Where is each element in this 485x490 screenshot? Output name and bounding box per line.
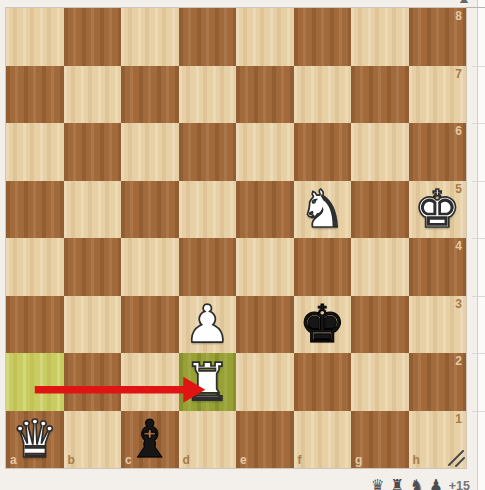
black-bishop-piece[interactable]: ♝ [121, 411, 179, 469]
square-g8[interactable] [351, 8, 409, 66]
square-f5[interactable]: ♞ [294, 181, 352, 239]
square-h8[interactable]: 8 [409, 8, 467, 66]
top-separator-line [466, 7, 485, 8]
side-panel-row-separator [472, 411, 485, 412]
square-c4[interactable] [121, 238, 179, 296]
square-f8[interactable] [294, 8, 352, 66]
square-d3[interactable]: ♟ [179, 296, 237, 354]
side-panel-edge [478, 0, 485, 490]
square-h7[interactable]: 7 [409, 66, 467, 124]
square-g2[interactable] [351, 353, 409, 411]
square-c3[interactable] [121, 296, 179, 354]
square-c1[interactable]: c♝ [121, 411, 179, 469]
square-e8[interactable] [236, 8, 294, 66]
square-b4[interactable] [64, 238, 122, 296]
square-h6[interactable]: 6 [409, 123, 467, 181]
file-label-d: d [183, 453, 190, 467]
square-g5[interactable] [351, 181, 409, 239]
square-a3[interactable] [6, 296, 64, 354]
square-b6[interactable] [64, 123, 122, 181]
square-e3[interactable] [236, 296, 294, 354]
square-a5[interactable] [6, 181, 64, 239]
square-e1[interactable]: e [236, 411, 294, 469]
square-d8[interactable] [179, 8, 237, 66]
square-f4[interactable] [294, 238, 352, 296]
side-panel-row-separator [472, 353, 485, 354]
file-label-f: f [298, 453, 302, 467]
side-panel-row-separator [472, 181, 485, 182]
file-label-g: g [355, 453, 362, 467]
white-pawn-piece[interactable]: ♟ [179, 296, 237, 354]
bishop-icon: ♝ [456, 0, 472, 6]
square-h3[interactable]: 3 [409, 296, 467, 354]
square-g3[interactable] [351, 296, 409, 354]
square-d2[interactable]: ♜ [179, 353, 237, 411]
square-b7[interactable] [64, 66, 122, 124]
board-resize-handle-icon[interactable] [447, 450, 466, 467]
square-d4[interactable] [179, 238, 237, 296]
square-e2[interactable] [236, 353, 294, 411]
captured-knight-icon: ♞ [410, 478, 423, 490]
square-h5[interactable]: 5♚ [409, 181, 467, 239]
square-a8[interactable] [6, 8, 64, 66]
square-f7[interactable] [294, 66, 352, 124]
square-e6[interactable] [236, 123, 294, 181]
side-panel-row-separator [472, 66, 485, 67]
captured-pawn-icon: ♟ [429, 478, 442, 490]
square-c6[interactable] [121, 123, 179, 181]
square-b1[interactable]: b [64, 411, 122, 469]
square-b8[interactable] [64, 8, 122, 66]
square-e7[interactable] [236, 66, 294, 124]
side-panel-row-separator [472, 123, 485, 124]
cut-off-piece-icon: ♝ [452, 0, 478, 7]
square-a4[interactable] [6, 238, 64, 296]
square-f6[interactable] [294, 123, 352, 181]
white-queen-piece[interactable]: ♛ [6, 411, 64, 469]
material-advantage-label: +15 [449, 479, 470, 490]
material-advantage-row: ♛♜♞♟+15 [371, 478, 470, 490]
square-d1[interactable]: d [179, 411, 237, 469]
square-b3[interactable] [64, 296, 122, 354]
square-b5[interactable] [64, 181, 122, 239]
white-rook-piece[interactable]: ♜ [179, 353, 237, 411]
rank-label-7: 7 [455, 67, 462, 81]
square-f3[interactable]: ♚ [294, 296, 352, 354]
square-h4[interactable]: 4 [409, 238, 467, 296]
square-g7[interactable] [351, 66, 409, 124]
square-b2[interactable] [64, 353, 122, 411]
square-d6[interactable] [179, 123, 237, 181]
rank-label-1: 1 [455, 412, 462, 426]
rank-label-8: 8 [455, 9, 462, 23]
rank-label-6: 6 [455, 124, 462, 138]
side-panel-row-separator [472, 238, 485, 239]
square-c2[interactable] [121, 353, 179, 411]
black-king-piece[interactable]: ♚ [294, 296, 352, 354]
captured-queen-icon: ♛ [371, 478, 384, 490]
square-a7[interactable] [6, 66, 64, 124]
square-e5[interactable] [236, 181, 294, 239]
chess-board: 876♞5♚4♟♚3♜2a♛bc♝defgh1 [6, 8, 466, 468]
rank-label-4: 4 [455, 239, 462, 253]
square-c8[interactable] [121, 8, 179, 66]
file-label-e: e [240, 453, 247, 467]
square-f2[interactable] [294, 353, 352, 411]
square-g1[interactable]: g [351, 411, 409, 469]
white-king-piece[interactable]: ♚ [409, 181, 467, 239]
square-c7[interactable] [121, 66, 179, 124]
square-g6[interactable] [351, 123, 409, 181]
side-panel-row-separator [472, 296, 485, 297]
captured-rook-icon: ♜ [390, 478, 403, 490]
square-h2[interactable]: 2 [409, 353, 467, 411]
square-a2[interactable] [6, 353, 64, 411]
square-d7[interactable] [179, 66, 237, 124]
rank-label-3: 3 [455, 297, 462, 311]
square-e4[interactable] [236, 238, 294, 296]
square-g4[interactable] [351, 238, 409, 296]
square-f1[interactable]: f [294, 411, 352, 469]
square-a1[interactable]: a♛ [6, 411, 64, 469]
rank-label-2: 2 [455, 354, 462, 368]
square-a6[interactable] [6, 123, 64, 181]
file-label-b: b [68, 453, 75, 467]
square-d5[interactable] [179, 181, 237, 239]
white-knight-piece[interactable]: ♞ [294, 181, 352, 239]
square-c5[interactable] [121, 181, 179, 239]
file-label-h: h [413, 453, 420, 467]
